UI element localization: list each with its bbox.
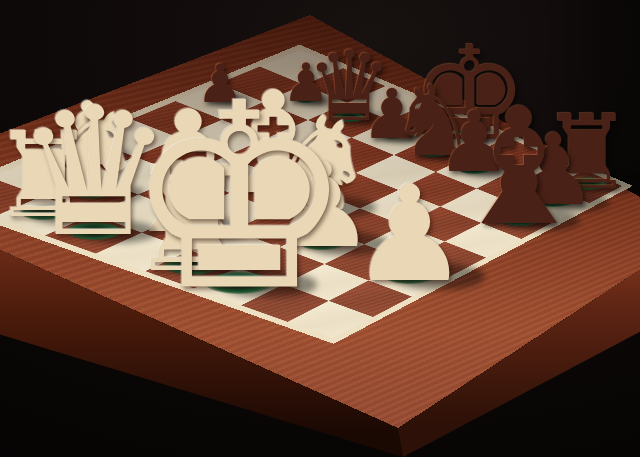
white-pawn-glyph: ♟ bbox=[350, 167, 469, 299]
scene: ♜♞♛♝♟♝♞♜♚♟♟♚♛♜♝♞♟♟♟♟♟ bbox=[0, 0, 640, 457]
white-king-glyph: ♚ bbox=[124, 71, 354, 328]
